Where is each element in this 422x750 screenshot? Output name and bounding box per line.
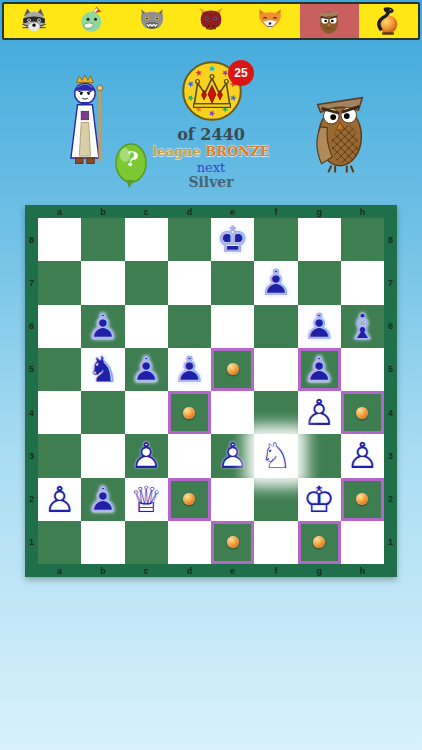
square-b2[interactable]: ♟♙ xyxy=(81,478,124,521)
piece-white-pawn[interactable]: ♟♙ xyxy=(38,478,81,521)
piece-white-king[interactable]: ♚♔ xyxy=(298,478,341,521)
piece-black-knight[interactable]: ♞♘ xyxy=(81,348,124,391)
file-label-h: h xyxy=(341,564,384,577)
league-line: league BRONZE xyxy=(0,144,422,159)
piece-white-pawn[interactable]: ♟♙ xyxy=(211,434,254,477)
chess-board: abcdefgh abcdefgh 87654321 87654321 ♚♔♟♙… xyxy=(25,205,397,577)
square-h4[interactable] xyxy=(341,391,384,434)
square-h1[interactable] xyxy=(341,521,384,564)
move-hint-ball xyxy=(183,407,195,419)
square-h5[interactable] xyxy=(341,348,384,391)
square-h8[interactable] xyxy=(341,218,384,261)
piece-white-pawn[interactable]: ♟♙ xyxy=(298,391,341,434)
rank-label-2: 2 xyxy=(384,478,397,521)
piece-black-pawn[interactable]: ♟♙ xyxy=(298,305,341,348)
avatar-wolf[interactable] xyxy=(122,4,181,38)
piece-black-pawn[interactable]: ♟♙ xyxy=(125,348,168,391)
square-a4[interactable] xyxy=(38,391,81,434)
square-f3[interactable]: ♞♘ xyxy=(254,434,297,477)
rank-label-1: 1 xyxy=(25,521,38,564)
avatar-fox[interactable] xyxy=(241,4,300,38)
square-b3[interactable] xyxy=(81,434,124,477)
square-h3[interactable]: ♟♙ xyxy=(341,434,384,477)
square-g1[interactable] xyxy=(298,521,341,564)
square-g8[interactable] xyxy=(298,218,341,261)
top-bar xyxy=(2,2,420,40)
file-label-a: a xyxy=(38,564,81,577)
square-e3[interactable]: ♟♙ xyxy=(211,434,254,477)
square-b1[interactable] xyxy=(81,521,124,564)
file-label-d: d xyxy=(168,564,211,577)
rank-labels-left: 87654321 xyxy=(25,218,38,564)
league-value: BRONZE xyxy=(205,144,269,159)
rank-labels-right: 87654321 xyxy=(384,218,397,564)
file-label-e: e xyxy=(211,564,254,577)
move-hint-ball xyxy=(183,493,195,505)
file-labels-top: abcdefgh xyxy=(38,205,384,218)
square-e4[interactable] xyxy=(211,391,254,434)
avatar-dragon[interactable] xyxy=(181,4,240,38)
square-c3[interactable]: ♟♙ xyxy=(125,434,168,477)
square-c5[interactable]: ♟♙ xyxy=(125,348,168,391)
square-c4[interactable] xyxy=(125,391,168,434)
file-label-b: b xyxy=(81,564,124,577)
square-d2[interactable] xyxy=(168,478,211,521)
square-b6[interactable]: ♟♙ xyxy=(81,305,124,348)
square-d4[interactable] xyxy=(168,391,211,434)
avatar-cobra[interactable] xyxy=(359,4,418,38)
rank-label-8: 8 xyxy=(384,218,397,261)
next-label: next xyxy=(0,160,422,175)
square-h2[interactable] xyxy=(341,478,384,521)
file-label-d: d xyxy=(168,205,211,218)
rank-label-5: 5 xyxy=(384,348,397,391)
square-h7[interactable] xyxy=(341,261,384,304)
move-hint-ball xyxy=(356,407,368,419)
avatar-parrot[interactable] xyxy=(63,4,122,38)
square-b8[interactable] xyxy=(81,218,124,261)
piece-white-pawn[interactable]: ♟♙ xyxy=(125,434,168,477)
file-label-h: h xyxy=(341,205,384,218)
file-label-f: f xyxy=(254,205,297,218)
file-label-c: c xyxy=(125,564,168,577)
rank-label-5: 5 xyxy=(25,348,38,391)
file-label-e: e xyxy=(211,205,254,218)
square-a8[interactable] xyxy=(38,218,81,261)
square-a3[interactable] xyxy=(38,434,81,477)
square-a6[interactable] xyxy=(38,305,81,348)
piece-black-pawn[interactable]: ♟♙ xyxy=(81,305,124,348)
piece-black-pawn[interactable]: ♟♙ xyxy=(298,348,341,391)
avatar-raccoon[interactable] xyxy=(4,4,63,38)
square-h6[interactable]: ♝♗ xyxy=(341,305,384,348)
rank-label-8: 8 xyxy=(25,218,38,261)
file-label-g: g xyxy=(298,205,341,218)
square-d1[interactable] xyxy=(168,521,211,564)
square-c2[interactable]: ♛♕ xyxy=(125,478,168,521)
board-grid: ♚♔♟♙♟♙♟♙♝♗♞♘♟♙♟♙♟♙♟♙♟♙♟♙♞♘♟♙♟♙♟♙♛♕♚♔ xyxy=(38,218,384,564)
notification-badge: 25 xyxy=(228,60,254,86)
file-label-g: g xyxy=(298,564,341,577)
next-league-value: Silver xyxy=(0,174,422,190)
rank-label-2: 2 xyxy=(25,478,38,521)
piece-white-pawn[interactable]: ♟♙ xyxy=(341,434,384,477)
square-f8[interactable] xyxy=(254,218,297,261)
square-d3[interactable] xyxy=(168,434,211,477)
rank-label-3: 3 xyxy=(25,434,38,477)
piece-white-knight[interactable]: ♞♘ xyxy=(254,434,297,477)
square-e8[interactable]: ♚♔ xyxy=(211,218,254,261)
piece-black-pawn[interactable]: ♟♙ xyxy=(254,261,297,304)
square-f2[interactable] xyxy=(254,478,297,521)
square-a2[interactable]: ♟♙ xyxy=(38,478,81,521)
move-hint-ball xyxy=(227,536,239,548)
square-f1[interactable] xyxy=(254,521,297,564)
piece-black-bishop[interactable]: ♝♗ xyxy=(341,305,384,348)
piece-white-queen[interactable]: ♛♕ xyxy=(125,478,168,521)
rank-label-7: 7 xyxy=(25,261,38,304)
square-c6[interactable] xyxy=(125,305,168,348)
piece-black-pawn[interactable]: ♟♙ xyxy=(81,478,124,521)
square-c1[interactable] xyxy=(125,521,168,564)
square-g6[interactable]: ♟♙ xyxy=(298,305,341,348)
square-g4[interactable]: ♟♙ xyxy=(298,391,341,434)
rank-label-7: 7 xyxy=(384,261,397,304)
piece-black-pawn[interactable]: ♟♙ xyxy=(168,348,211,391)
square-d7[interactable] xyxy=(168,261,211,304)
square-a5[interactable] xyxy=(38,348,81,391)
file-label-c: c xyxy=(125,205,168,218)
square-g2[interactable]: ♚♔ xyxy=(298,478,341,521)
rank-label-4: 4 xyxy=(384,391,397,434)
square-e1[interactable] xyxy=(211,521,254,564)
rank-label-1: 1 xyxy=(384,521,397,564)
rank-label-3: 3 xyxy=(384,434,397,477)
square-e7[interactable] xyxy=(211,261,254,304)
square-f7[interactable]: ♟♙ xyxy=(254,261,297,304)
piece-black-king[interactable]: ♚♔ xyxy=(211,218,254,261)
square-e2[interactable] xyxy=(211,478,254,521)
rank-label-4: 4 xyxy=(25,391,38,434)
rank-label-6: 6 xyxy=(384,305,397,348)
square-b7[interactable] xyxy=(81,261,124,304)
square-d5[interactable]: ♟♙ xyxy=(168,348,211,391)
square-g3[interactable] xyxy=(298,434,341,477)
rating-text: of 2440 xyxy=(0,125,422,144)
square-d8[interactable] xyxy=(168,218,211,261)
file-labels-bottom: abcdefgh xyxy=(38,564,384,577)
file-label-a: a xyxy=(38,205,81,218)
rank-label-6: 6 xyxy=(25,305,38,348)
move-hint-ball xyxy=(356,493,368,505)
move-hint-ball xyxy=(313,536,325,548)
square-g5[interactable]: ♟♙ xyxy=(298,348,341,391)
square-c8[interactable] xyxy=(125,218,168,261)
move-hint-ball xyxy=(227,363,239,375)
square-g7[interactable] xyxy=(298,261,341,304)
square-e5[interactable] xyxy=(211,348,254,391)
square-b5[interactable]: ♞♘ xyxy=(81,348,124,391)
square-c7[interactable] xyxy=(125,261,168,304)
square-b4[interactable] xyxy=(81,391,124,434)
square-f6[interactable] xyxy=(254,305,297,348)
file-label-b: b xyxy=(81,205,124,218)
square-d6[interactable] xyxy=(168,305,211,348)
square-e6[interactable] xyxy=(211,305,254,348)
square-a7[interactable] xyxy=(38,261,81,304)
league-label: league xyxy=(152,144,200,159)
square-a1[interactable] xyxy=(38,521,81,564)
avatar-owl[interactable] xyxy=(300,4,359,38)
square-f4[interactable] xyxy=(254,391,297,434)
file-label-f: f xyxy=(254,564,297,577)
square-f5[interactable] xyxy=(254,348,297,391)
